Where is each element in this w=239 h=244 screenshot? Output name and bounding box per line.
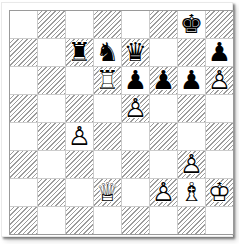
square-b4 [38, 123, 65, 150]
square-h8 [206, 11, 233, 38]
square-c8 [66, 11, 93, 38]
square-d1 [94, 207, 121, 234]
square-g4 [178, 123, 205, 150]
white-pawn-h6: ♟♙ [206, 67, 233, 94]
square-h6: ♟♙ [206, 67, 233, 94]
white-pawn-g3-glyph: ♙ [178, 151, 205, 178]
square-b8 [38, 11, 65, 38]
square-e7: ♛♛ [122, 39, 149, 66]
black-king-g8-glyph: ♚ [178, 11, 205, 38]
square-b7 [38, 39, 65, 66]
square-f6: ♟♟ [150, 67, 177, 94]
square-g7 [178, 39, 205, 66]
square-a1 [10, 207, 37, 234]
square-f7 [150, 39, 177, 66]
square-c6 [66, 67, 93, 94]
black-pawn-g6: ♟♟ [178, 67, 205, 94]
square-c2 [66, 179, 93, 206]
square-a4 [10, 123, 37, 150]
square-e3 [122, 151, 149, 178]
white-pawn-h6-glyph: ♙ [206, 67, 233, 94]
square-c7: ♜♜ [66, 39, 93, 66]
square-f8 [150, 11, 177, 38]
square-a2 [10, 179, 37, 206]
square-g5 [178, 95, 205, 122]
black-rook-c7: ♜♜ [66, 39, 93, 66]
white-pawn-g3: ♟♙ [178, 151, 205, 178]
square-b5 [38, 95, 65, 122]
white-pawn-e5: ♟♙ [122, 95, 149, 122]
framed-diagram: ♚♚♜♜♞♞♛♛♟♟♜♖♟♟♟♟♟♟♟♙♟♙♟♙♟♙♛♕♟♙♝♗♚♔ [1, 2, 233, 237]
square-h1 [206, 207, 233, 234]
square-b3 [38, 151, 65, 178]
black-rook-c7-glyph: ♜ [66, 39, 93, 66]
square-g6: ♟♟ [178, 67, 205, 94]
square-d7: ♞♞ [94, 39, 121, 66]
square-g1 [178, 207, 205, 234]
black-knight-d7-glyph: ♞ [94, 39, 121, 66]
square-g8: ♚♚ [178, 11, 205, 38]
black-pawn-f6-glyph: ♟ [150, 67, 177, 94]
square-h2: ♚♔ [206, 179, 233, 206]
square-a7 [10, 39, 37, 66]
square-b6 [38, 67, 65, 94]
white-rook-d6-glyph: ♖ [94, 67, 121, 94]
black-queen-e7: ♛♛ [122, 39, 149, 66]
white-pawn-c4: ♟♙ [66, 123, 93, 150]
square-b2 [38, 179, 65, 206]
square-d6: ♜♖ [94, 67, 121, 94]
chess-board: ♚♚♜♜♞♞♛♛♟♟♜♖♟♟♟♟♟♟♟♙♟♙♟♙♟♙♛♕♟♙♝♗♚♔ [9, 10, 234, 235]
square-f3 [150, 151, 177, 178]
white-queen-d2-glyph: ♕ [94, 179, 121, 206]
white-king-h2: ♚♔ [206, 179, 233, 206]
square-c4: ♟♙ [66, 123, 93, 150]
white-king-h2-glyph: ♔ [206, 179, 233, 206]
square-d4 [94, 123, 121, 150]
square-d2: ♛♕ [94, 179, 121, 206]
black-pawn-f6: ♟♟ [150, 67, 177, 94]
square-b1 [38, 207, 65, 234]
square-c3 [66, 151, 93, 178]
black-pawn-h7: ♟♟ [206, 39, 233, 66]
white-pawn-c4-glyph: ♙ [66, 123, 93, 150]
white-pawn-e5-glyph: ♙ [122, 95, 149, 122]
square-h4 [206, 123, 233, 150]
black-pawn-e6: ♟♟ [122, 67, 149, 94]
square-e4 [122, 123, 149, 150]
square-h7: ♟♟ [206, 39, 233, 66]
black-pawn-h7-glyph: ♟ [206, 39, 233, 66]
white-bishop-g2-glyph: ♗ [178, 179, 205, 206]
black-pawn-g6-glyph: ♟ [178, 67, 205, 94]
square-e5: ♟♙ [122, 95, 149, 122]
square-c5 [66, 95, 93, 122]
square-g2: ♝♗ [178, 179, 205, 206]
square-c1 [66, 207, 93, 234]
square-f4 [150, 123, 177, 150]
square-a5 [10, 95, 37, 122]
square-h5 [206, 95, 233, 122]
black-knight-d7: ♞♞ [94, 39, 121, 66]
square-e2 [122, 179, 149, 206]
square-a8 [10, 11, 37, 38]
square-a3 [10, 151, 37, 178]
white-rook-d6: ♜♖ [94, 67, 121, 94]
black-queen-e7-glyph: ♛ [122, 39, 149, 66]
square-d5 [94, 95, 121, 122]
black-king-g8: ♚♚ [178, 11, 205, 38]
square-d3 [94, 151, 121, 178]
white-bishop-g2: ♝♗ [178, 179, 205, 206]
square-a6 [10, 67, 37, 94]
square-f1 [150, 207, 177, 234]
white-queen-d2: ♛♕ [94, 179, 121, 206]
square-e6: ♟♟ [122, 67, 149, 94]
square-g3: ♟♙ [178, 151, 205, 178]
square-e1 [122, 207, 149, 234]
black-pawn-e6-glyph: ♟ [122, 67, 149, 94]
square-e8 [122, 11, 149, 38]
square-f2: ♟♙ [150, 179, 177, 206]
white-pawn-f2-glyph: ♙ [150, 179, 177, 206]
square-f5 [150, 95, 177, 122]
white-pawn-f2: ♟♙ [150, 179, 177, 206]
square-d8 [94, 11, 121, 38]
square-h3 [206, 151, 233, 178]
